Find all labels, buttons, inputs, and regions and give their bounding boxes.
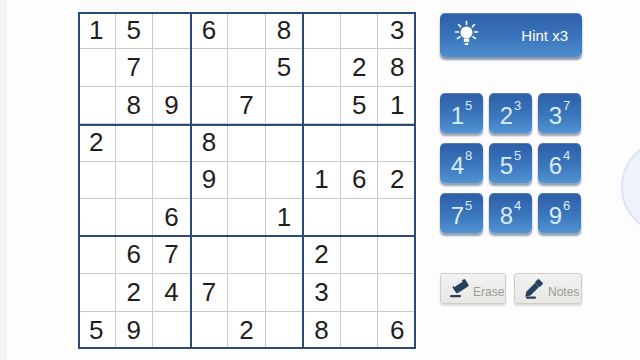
cell-r1c7[interactable] — [303, 12, 341, 49]
cell-r4c3[interactable] — [153, 124, 191, 161]
erase-button-label: Erase — [473, 279, 504, 299]
cell-r5c4[interactable]: 9 — [191, 162, 229, 199]
cell-r9c4[interactable] — [191, 312, 229, 349]
cell-r4c6[interactable] — [266, 124, 304, 161]
cell-r7c3[interactable]: 7 — [153, 237, 191, 274]
cell-r2c7[interactable] — [303, 49, 341, 86]
cell-r3c7[interactable] — [303, 87, 341, 124]
numpad-digit: 3 — [549, 104, 562, 128]
cell-r1c8[interactable] — [341, 12, 379, 49]
number-pad: 152337485564758496 — [440, 93, 581, 233]
cell-r4c2[interactable] — [116, 124, 154, 161]
cell-r3c9[interactable]: 1 — [378, 87, 416, 124]
cell-r5c3[interactable] — [153, 162, 191, 199]
numpad-digit: 6 — [549, 154, 562, 178]
cell-r8c6[interactable] — [266, 274, 304, 311]
cell-r5c9[interactable]: 2 — [378, 162, 416, 199]
cell-r5c7[interactable]: 1 — [303, 162, 341, 199]
cell-r8c3[interactable]: 4 — [153, 274, 191, 311]
cell-r4c4[interactable]: 8 — [191, 124, 229, 161]
cell-r8c7[interactable]: 3 — [303, 274, 341, 311]
cell-r9c9[interactable]: 6 — [378, 312, 416, 349]
cell-r2c9[interactable]: 8 — [378, 49, 416, 86]
cell-r5c8[interactable]: 6 — [341, 162, 379, 199]
cell-r7c6[interactable] — [266, 237, 304, 274]
numpad-digit: 9 — [549, 204, 562, 228]
numpad-digit: 4 — [451, 154, 464, 178]
edge-peek-circle — [621, 139, 640, 235]
sudoku-app: 1568375288975128916261672247359286 — [0, 0, 640, 360]
numpad-remaining-count: 4 — [514, 199, 521, 212]
cell-r1c9[interactable]: 3 — [378, 12, 416, 49]
numpad-button-4[interactable]: 48 — [440, 143, 483, 183]
hint-button-label: Hint x3 — [521, 27, 568, 44]
cell-r7c2[interactable]: 6 — [116, 237, 154, 274]
numpad-digit: 2 — [500, 104, 513, 128]
cell-r5c6[interactable] — [266, 162, 304, 199]
cell-r3c3[interactable]: 9 — [153, 87, 191, 124]
cell-r8c9[interactable] — [378, 274, 416, 311]
cell-r6c2[interactable] — [116, 199, 154, 236]
cell-r7c4[interactable] — [191, 237, 229, 274]
cell-r1c4[interactable]: 6 — [191, 12, 229, 49]
numpad-remaining-count: 5 — [514, 149, 521, 162]
numpad-button-5[interactable]: 55 — [489, 143, 532, 183]
numpad-remaining-count: 5 — [465, 199, 472, 212]
cell-r8c4[interactable]: 7 — [191, 274, 229, 311]
cell-r8c5[interactable] — [228, 274, 266, 311]
cell-r6c5[interactable] — [228, 199, 266, 236]
cell-r4c9[interactable] — [378, 124, 416, 161]
hint-button[interactable]: Hint x3 — [440, 13, 582, 57]
cell-r2c6[interactable]: 5 — [266, 49, 304, 86]
eraser-icon — [447, 277, 473, 301]
cell-r6c1[interactable] — [78, 199, 116, 236]
cell-r8c8[interactable] — [341, 274, 379, 311]
cell-r3c4[interactable] — [191, 87, 229, 124]
numpad-remaining-count: 8 — [465, 149, 472, 162]
cell-r3c2[interactable]: 8 — [116, 87, 154, 124]
lightbulb-icon — [453, 20, 480, 50]
cell-r2c4[interactable] — [191, 49, 229, 86]
cell-r3c6[interactable] — [266, 87, 304, 124]
numpad-digit: 7 — [451, 204, 464, 228]
sudoku-board-wrap: 1568375288975128916261672247359286 — [78, 12, 416, 349]
cell-r1c3[interactable] — [153, 12, 191, 49]
cell-r5c2[interactable] — [116, 162, 154, 199]
numpad-button-6[interactable]: 64 — [538, 143, 581, 183]
sudoku-board[interactable]: 1568375288975128916261672247359286 — [78, 12, 416, 349]
cell-r3c1[interactable] — [78, 87, 116, 124]
cell-r4c8[interactable] — [341, 124, 379, 161]
numpad-digit: 5 — [500, 154, 513, 178]
cell-r6c9[interactable] — [378, 199, 416, 236]
cell-r6c8[interactable] — [341, 199, 379, 236]
notes-button[interactable]: Notes — [514, 273, 582, 304]
cell-r7c8[interactable] — [341, 237, 379, 274]
cell-r5c5[interactable] — [228, 162, 266, 199]
cell-r1c1[interactable]: 1 — [78, 12, 116, 49]
cell-r8c1[interactable] — [78, 274, 116, 311]
cell-r9c5[interactable]: 2 — [228, 312, 266, 349]
cell-r6c6[interactable]: 1 — [266, 199, 304, 236]
cell-r6c7[interactable] — [303, 199, 341, 236]
cell-r4c5[interactable] — [228, 124, 266, 161]
cell-r5c1[interactable] — [78, 162, 116, 199]
cell-r9c1[interactable]: 5 — [78, 312, 116, 349]
numpad-remaining-count: 6 — [563, 199, 570, 212]
numpad-digit: 8 — [500, 204, 513, 228]
cell-r7c5[interactable] — [228, 237, 266, 274]
cell-r2c2[interactable]: 7 — [116, 49, 154, 86]
numpad-remaining-count: 3 — [514, 99, 521, 112]
cell-r2c8[interactable]: 2 — [341, 49, 379, 86]
numpad-button-2[interactable]: 23 — [489, 93, 532, 133]
cell-r3c8[interactable]: 5 — [341, 87, 379, 124]
cell-r7c7[interactable]: 2 — [303, 237, 341, 274]
cell-r3c5[interactable]: 7 — [228, 87, 266, 124]
cell-r1c5[interactable] — [228, 12, 266, 49]
cell-r9c6[interactable] — [266, 312, 304, 349]
numpad-button-3[interactable]: 37 — [538, 93, 581, 133]
numpad-digit: 1 — [451, 104, 464, 128]
cell-r6c3[interactable]: 6 — [153, 199, 191, 236]
cell-r8c2[interactable]: 2 — [116, 274, 154, 311]
cell-r2c5[interactable] — [228, 49, 266, 86]
cell-r1c2[interactable]: 5 — [116, 12, 154, 49]
numpad-button-7[interactable]: 75 — [440, 193, 483, 233]
numpad-button-1[interactable]: 15 — [440, 93, 483, 133]
notes-button-label: Notes — [548, 279, 579, 299]
cell-r9c2[interactable]: 9 — [116, 312, 154, 349]
numpad-remaining-count: 7 — [563, 99, 570, 112]
cell-r7c1[interactable] — [78, 237, 116, 274]
cell-r9c3[interactable] — [153, 312, 191, 349]
cell-r2c1[interactable] — [78, 49, 116, 86]
numpad-button-8[interactable]: 84 — [489, 193, 532, 233]
numpad-remaining-count: 4 — [563, 149, 570, 162]
numpad-button-9[interactable]: 96 — [538, 193, 581, 233]
cell-r9c8[interactable] — [341, 312, 379, 349]
cell-r4c7[interactable] — [303, 124, 341, 161]
cell-r6c4[interactable] — [191, 199, 229, 236]
cell-r4c1[interactable]: 2 — [78, 124, 116, 161]
left-panel-edge — [0, 0, 7, 360]
erase-button[interactable]: Erase — [440, 273, 506, 304]
cell-r2c3[interactable] — [153, 49, 191, 86]
pencil-icon — [522, 277, 548, 301]
cell-r9c7[interactable]: 8 — [303, 312, 341, 349]
cell-r1c6[interactable]: 8 — [266, 12, 304, 49]
cell-r7c9[interactable] — [378, 237, 416, 274]
numpad-remaining-count: 5 — [465, 99, 472, 112]
